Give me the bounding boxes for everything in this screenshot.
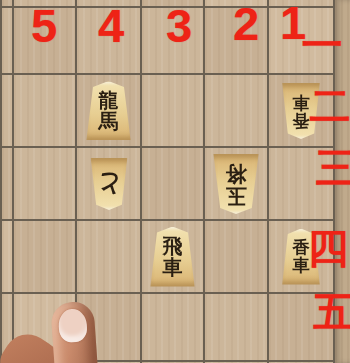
pointing-finger <box>30 298 125 363</box>
piece-glyph: 車 <box>293 93 310 111</box>
piece-glyph: 将 <box>226 162 247 184</box>
board-square[interactable] <box>205 75 267 146</box>
fingernail <box>58 308 88 343</box>
board-square[interactable] <box>205 221 267 292</box>
board-square[interactable] <box>205 294 267 360</box>
board-edge <box>2 221 12 292</box>
board-square[interactable] <box>142 148 203 219</box>
file-label-5: 5 <box>31 0 57 53</box>
rank-label-3: 三 <box>316 141 350 196</box>
board-edge <box>2 0 12 6</box>
board-edge <box>2 8 12 73</box>
rank-label-5: 五 <box>314 285 350 340</box>
board-edge <box>2 75 12 146</box>
piece-glyph: と <box>96 171 122 197</box>
piece-glyph: 車 <box>163 257 183 278</box>
board-square[interactable] <box>14 75 75 146</box>
rank-label-1: 一 <box>302 18 343 73</box>
piece-glyph: 香 <box>293 111 310 129</box>
file-label-2: 2 <box>233 0 259 51</box>
piece-glyph: 玉 <box>226 184 247 206</box>
board-edge <box>2 148 12 219</box>
rank-label-4: 四 <box>308 221 349 276</box>
rank-label-2: 二 <box>310 79 350 134</box>
piece-glyph: 飛 <box>163 236 183 257</box>
piece-glyph: 龍 <box>99 90 119 111</box>
shogi-app-screen: 龍馬香車と玉将飛車香車 54321 一二三四五 <box>0 0 350 363</box>
board-square[interactable] <box>14 148 75 219</box>
board-square[interactable] <box>142 294 203 360</box>
board-square[interactable] <box>14 221 75 292</box>
board-square[interactable] <box>77 221 140 292</box>
file-label-3: 3 <box>166 0 192 53</box>
piece-glyph: 馬 <box>99 111 119 132</box>
file-label-4: 4 <box>98 0 124 53</box>
board-square[interactable] <box>142 75 203 146</box>
index-finger <box>50 301 99 363</box>
